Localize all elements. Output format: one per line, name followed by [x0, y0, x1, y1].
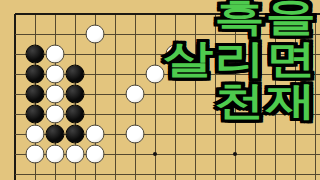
white-stone	[126, 85, 145, 104]
grid-line-vertical	[14, 14, 16, 180]
go-board: 흑을 살리면 천재	[0, 0, 320, 180]
black-stone	[26, 45, 45, 64]
caption-line-3: 천재	[163, 80, 317, 122]
black-stone	[26, 65, 45, 84]
black-stone	[26, 85, 45, 104]
white-stone	[46, 145, 65, 164]
white-stone	[46, 65, 65, 84]
white-stone	[26, 145, 45, 164]
white-stone	[86, 25, 105, 44]
grid-line-horizontal	[15, 174, 320, 175]
white-stone	[146, 65, 165, 84]
black-stone	[26, 105, 45, 124]
star-point	[153, 152, 157, 156]
white-stone	[46, 85, 65, 104]
white-stone	[86, 145, 105, 164]
black-stone	[66, 125, 85, 144]
white-stone	[126, 125, 145, 144]
caption: 흑을 살리면 천재	[163, 0, 317, 122]
black-stone	[66, 105, 85, 124]
white-stone	[46, 105, 65, 124]
star-point	[233, 152, 237, 156]
white-stone	[46, 45, 65, 64]
black-stone	[66, 65, 85, 84]
white-stone	[86, 125, 105, 144]
white-stone	[26, 125, 45, 144]
white-stone	[66, 145, 85, 164]
caption-line-2: 살리면	[163, 38, 317, 80]
black-stone	[66, 85, 85, 104]
grid-line-vertical	[115, 14, 116, 180]
black-stone	[46, 125, 65, 144]
caption-line-1: 흑을	[163, 0, 317, 38]
